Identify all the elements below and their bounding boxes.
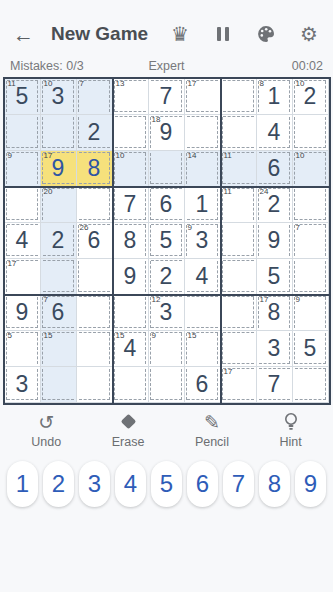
cage-border <box>325 225 326 256</box>
cage-border <box>223 399 254 400</box>
cell-r9c2[interactable] <box>41 367 77 403</box>
cage-border <box>187 111 218 112</box>
cage-sum-label: 13 <box>116 80 125 88</box>
given-digit: 2 <box>304 85 317 108</box>
given-digit: 6 <box>196 373 209 396</box>
undo-button[interactable]: ↺ Undo <box>31 412 61 449</box>
cell-r7c4[interactable] <box>113 295 149 331</box>
cage-border <box>115 399 146 400</box>
cell-r3c6[interactable]: 14 <box>185 151 221 187</box>
cage-border <box>79 399 110 400</box>
cage-border <box>6 369 7 400</box>
cell-r5c3[interactable]: 266 <box>77 223 113 259</box>
cell-r6c9[interactable] <box>293 259 329 295</box>
cell-r1c4[interactable]: 13 <box>113 79 149 115</box>
cage-border <box>150 297 151 328</box>
cell-r4c8[interactable]: 242 <box>257 187 293 223</box>
cage-border <box>115 327 146 328</box>
cell-r9c6[interactable]: 6 <box>185 367 221 403</box>
cage-border <box>223 363 254 364</box>
cell-r8c4[interactable]: 154 <box>113 331 149 367</box>
cage-border <box>186 81 187 112</box>
cage-sum-label: 17 <box>188 80 197 88</box>
given-digit: 3 <box>52 85 65 108</box>
cell-r2c9[interactable] <box>293 115 329 151</box>
cage-border <box>150 225 151 256</box>
timer: 00:02 <box>185 59 323 73</box>
cell-r9c8[interactable]: 7 <box>257 367 293 403</box>
cage-border <box>217 189 218 220</box>
entered-digit: 8 <box>88 157 101 180</box>
back-icon[interactable]: ← <box>13 24 34 45</box>
hint-button[interactable]: Hint <box>279 412 301 449</box>
cage-border <box>151 291 182 292</box>
cage-border <box>217 153 218 184</box>
cage-border <box>258 189 259 220</box>
cage-border <box>43 183 74 184</box>
cage-sum-label: 10 <box>296 152 305 160</box>
cage-border <box>37 189 38 220</box>
cage-border <box>223 327 254 328</box>
cell-r7c3[interactable] <box>77 295 113 331</box>
cage-border <box>115 224 146 225</box>
cage-border <box>78 117 79 148</box>
given-digit: 2 <box>88 121 101 144</box>
cage-sum-label: 17 <box>260 296 269 304</box>
page-title: New Game <box>51 23 148 45</box>
cage-sum-label: 11 <box>8 80 16 88</box>
cell-r2c8[interactable]: 4 <box>257 115 293 151</box>
given-digit: 4 <box>16 229 29 252</box>
cage-border <box>151 255 182 256</box>
cell-r8c6[interactable]: 15 <box>185 331 221 367</box>
cell-r5c9[interactable]: 7 <box>293 223 329 259</box>
cage-border <box>151 260 182 261</box>
cage-border <box>73 261 74 292</box>
cage-border <box>253 297 254 328</box>
cage-sum-label: 9 <box>8 152 12 160</box>
cage-border <box>114 369 115 400</box>
given-digit: 9 <box>124 265 137 288</box>
header-icons: ♛ ⚙ <box>169 23 320 45</box>
cell-r9c1[interactable]: 3 <box>5 367 41 403</box>
cell-r9c4[interactable] <box>113 367 149 403</box>
cell-r9c3[interactable] <box>77 367 113 403</box>
cage-border <box>325 117 326 148</box>
cage-border <box>79 183 110 184</box>
cage-border <box>79 332 110 333</box>
cage-border <box>43 260 74 261</box>
cage-border <box>223 80 254 81</box>
cage-border <box>109 189 110 220</box>
cell-r2c2[interactable] <box>41 115 77 151</box>
cage-border <box>289 117 290 148</box>
cage-border <box>145 225 146 256</box>
cage-border <box>294 189 295 220</box>
numpad-key-8[interactable]: 8 <box>259 461 290 507</box>
cell-r8c3[interactable] <box>77 331 113 367</box>
given-digit: 3 <box>16 373 29 396</box>
cage-border <box>42 117 43 148</box>
difficulty-label: Expert <box>148 59 184 73</box>
cage-border <box>259 291 290 292</box>
cage-border <box>325 261 326 292</box>
cage-border <box>295 368 326 369</box>
cell-r4c9[interactable] <box>293 187 329 223</box>
given-digit: 6 <box>160 193 173 216</box>
cage-border <box>223 255 254 256</box>
cage-border <box>223 296 254 297</box>
cage-border <box>79 147 110 148</box>
cage-border <box>114 153 115 184</box>
cage-border <box>259 399 290 400</box>
cell-r7c8[interactable]: 178 <box>257 295 293 331</box>
cage-border <box>259 152 290 153</box>
cage-sum-label: 10 <box>116 152 125 160</box>
cage-border <box>258 297 259 328</box>
cage-border <box>223 260 254 261</box>
cage-border <box>289 225 290 256</box>
cage-border <box>78 81 79 112</box>
cage-border <box>42 369 43 400</box>
cell-r5c4[interactable]: 8 <box>113 223 149 259</box>
cage-border <box>150 189 151 220</box>
cage-border <box>187 219 218 220</box>
erase-button[interactable]: Erase <box>112 412 145 449</box>
cage-sum-label: 20 <box>44 188 53 196</box>
cell-r8c2[interactable]: 15 <box>41 331 77 367</box>
cage-border <box>187 116 218 117</box>
cage-border <box>79 291 110 292</box>
cell-r1c5[interactable]: 7 <box>149 79 185 115</box>
cell-r8c7[interactable] <box>221 331 257 367</box>
numpad-key-2[interactable]: 2 <box>43 461 74 507</box>
cage-border <box>325 297 326 328</box>
given-digit: 5 <box>160 229 173 252</box>
sudoku-grid: 1151037137178110221894917981014116102076… <box>5 79 329 403</box>
cell-r7c9[interactable]: 9 <box>293 295 329 331</box>
cage-border <box>294 297 295 328</box>
cell-r1c1[interactable]: 115 <box>5 79 41 115</box>
cell-r6c1[interactable]: 17 <box>5 259 41 295</box>
cage-border <box>253 81 254 112</box>
palette-icon[interactable] <box>255 23 277 45</box>
cell-r6c4[interactable]: 9 <box>113 259 149 295</box>
cell-r4c3[interactable] <box>77 187 113 223</box>
cage-border <box>289 261 290 292</box>
cell-r3c8[interactable]: 6 <box>257 151 293 187</box>
cell-r9c7[interactable]: 17 <box>221 367 257 403</box>
cell-r6c7[interactable] <box>221 259 257 295</box>
pencil-button[interactable]: ✎ Pencil <box>195 412 229 449</box>
cell-r2c7[interactable] <box>221 115 257 151</box>
cage-border <box>289 81 290 112</box>
cell-r5c1[interactable]: 4 <box>5 223 41 259</box>
cell-r1c8[interactable]: 81 <box>257 79 293 115</box>
gear-icon[interactable]: ⚙ <box>298 23 320 45</box>
numpad-key-3[interactable]: 3 <box>79 461 110 507</box>
cage-border <box>115 116 146 117</box>
cage-border <box>151 224 182 225</box>
numpad-key-7[interactable]: 7 <box>223 461 254 507</box>
cage-border <box>109 153 110 184</box>
cage-border <box>222 333 223 364</box>
cage-border <box>222 369 223 400</box>
cell-r3c4[interactable]: 10 <box>113 151 149 187</box>
cage-border <box>109 81 110 112</box>
cage-border <box>259 147 290 148</box>
cage-sum-label: 11 <box>224 188 232 196</box>
cage-border <box>181 369 182 400</box>
cage-border <box>294 81 295 112</box>
cage-border <box>186 225 187 256</box>
cage-border <box>217 333 218 364</box>
cage-border <box>187 291 218 292</box>
eraser-icon <box>123 412 134 432</box>
cell-r6c6[interactable]: 4 <box>185 259 221 295</box>
given-digit: 9 <box>16 301 29 324</box>
cage-border <box>114 81 115 112</box>
hint-label: Hint <box>279 435 301 449</box>
mistakes-counter: Mistakes: 0/3 <box>10 59 148 73</box>
cage-sum-label: 10 <box>44 80 53 88</box>
cage-border <box>258 81 259 112</box>
cage-border <box>294 225 295 256</box>
cage-border <box>42 333 43 364</box>
cage-border <box>294 261 295 292</box>
cage-border <box>151 188 182 189</box>
cell-r7c1[interactable]: 9 <box>5 295 41 331</box>
cage-sum-label: 5 <box>8 332 12 340</box>
cage-sum-label: 8 <box>260 80 264 88</box>
cell-r3c3[interactable]: 8 <box>77 151 113 187</box>
cage-border <box>7 224 38 225</box>
cage-border <box>37 117 38 148</box>
numpad: 123456789 <box>0 461 333 507</box>
cage-border <box>37 297 38 328</box>
cell-r2c1[interactable] <box>5 115 41 151</box>
cell-r1c6[interactable]: 17 <box>185 79 221 115</box>
cell-r3c2[interactable]: 179 <box>41 151 77 187</box>
cell-r4c7[interactable]: 11 <box>221 187 257 223</box>
cage-border <box>187 296 218 297</box>
cell-r5c6[interactable]: 93 <box>185 223 221 259</box>
cell-r8c8[interactable]: 3 <box>257 331 293 367</box>
given-digit: 2 <box>52 229 65 252</box>
cage-border <box>6 153 7 184</box>
cage-border <box>294 333 295 364</box>
cage-border <box>114 189 115 220</box>
cage-border <box>289 297 290 328</box>
cage-border <box>217 225 218 256</box>
cage-border <box>325 153 326 184</box>
cell-r7c5[interactable]: 123 <box>149 295 185 331</box>
given-digit: 5 <box>16 85 29 108</box>
numpad-key-1[interactable]: 1 <box>7 461 38 507</box>
given-digit: 6 <box>52 301 65 324</box>
header: ← New Game ♛ ⚙ <box>0 14 333 54</box>
given-digit: 7 <box>268 373 281 396</box>
cell-r1c7[interactable] <box>221 79 257 115</box>
cage-border <box>186 153 187 184</box>
cell-r2c3[interactable]: 2 <box>77 115 113 151</box>
cage-border <box>109 333 110 364</box>
cell-r2c4[interactable] <box>113 115 149 151</box>
app-screen: ← New Game ♛ ⚙ Mistakes: 0/3 Expert 00:0… <box>0 0 333 592</box>
given-digit: 7 <box>160 85 173 108</box>
cage-sum-label: 12 <box>152 296 161 304</box>
cell-r4c2[interactable]: 20 <box>41 187 77 223</box>
cage-border <box>145 369 146 400</box>
erase-label: Erase <box>112 435 145 449</box>
cell-r3c5[interactable] <box>149 151 185 187</box>
cage-border <box>222 225 223 256</box>
cell-r8c9[interactable]: 5 <box>293 331 329 367</box>
cell-r8c5[interactable]: 9 <box>149 331 185 367</box>
given-digit: 8 <box>124 229 137 252</box>
cage-border <box>222 189 223 220</box>
cage-border <box>151 111 182 112</box>
cage-border <box>150 261 151 292</box>
given-digit: 9 <box>160 121 173 144</box>
cell-r3c7[interactable]: 11 <box>221 151 257 187</box>
given-digit: 3 <box>160 301 173 324</box>
cell-r1c2[interactable]: 103 <box>41 79 77 115</box>
given-digit: 8 <box>268 301 281 324</box>
cell-r7c2[interactable]: 76 <box>41 295 77 331</box>
undo-icon: ↺ <box>38 412 54 432</box>
cell-r5c8[interactable]: 9 <box>257 223 293 259</box>
cage-border <box>223 332 254 333</box>
cage-border <box>7 255 38 256</box>
cage-sum-label: 10 <box>296 80 305 88</box>
cage-sum-label: 26 <box>80 224 89 232</box>
cell-r2c5[interactable]: 189 <box>149 115 185 151</box>
cell-r1c3[interactable]: 7 <box>77 79 113 115</box>
numpad-key-9[interactable]: 9 <box>295 461 326 507</box>
cage-border <box>222 261 223 292</box>
cage-sum-label: 15 <box>44 332 53 340</box>
cage-border <box>115 147 146 148</box>
cage-border <box>150 333 151 364</box>
cage-border <box>37 81 38 112</box>
cell-r4c6[interactable]: 1 <box>185 187 221 223</box>
cell-r4c1[interactable] <box>5 187 41 223</box>
cage-border <box>294 153 295 184</box>
cage-border <box>223 183 254 184</box>
cage-border <box>37 153 38 184</box>
cage-sum-label: 14 <box>188 152 197 160</box>
cell-r6c8[interactable]: 5 <box>257 259 293 295</box>
cage-border <box>6 81 7 112</box>
cell-r5c2[interactable]: 2 <box>41 223 77 259</box>
cage-border <box>145 333 146 364</box>
cage-border <box>43 255 74 256</box>
numpad-key-6[interactable]: 6 <box>187 461 218 507</box>
cage-border <box>79 188 110 189</box>
cell-r2c6[interactable] <box>185 115 221 151</box>
pause-icon[interactable] <box>212 23 234 45</box>
numpad-key-4[interactable]: 4 <box>115 461 146 507</box>
numpad-key-5[interactable]: 5 <box>151 461 182 507</box>
cage-border <box>187 399 218 400</box>
cage-border <box>115 219 146 220</box>
cage-border <box>43 327 74 328</box>
given-digit: 3 <box>196 229 209 252</box>
cell-r4c5[interactable]: 6 <box>149 187 185 223</box>
cage-border <box>223 147 254 148</box>
sudoku-board: 1151037137178110221894917981014116102076… <box>3 77 331 405</box>
cage-border <box>114 333 115 364</box>
cage-border <box>289 333 290 364</box>
cage-border <box>79 327 110 328</box>
cage-border <box>114 297 115 328</box>
cell-r1c9[interactable]: 102 <box>293 79 329 115</box>
cage-border <box>259 183 290 184</box>
given-digit: 1 <box>268 85 281 108</box>
cage-border <box>43 291 74 292</box>
given-digit: 4 <box>268 121 281 144</box>
cell-r9c5[interactable] <box>149 367 185 403</box>
cell-r3c9[interactable]: 10 <box>293 151 329 187</box>
cage-border <box>145 261 146 292</box>
cage-border <box>78 225 79 256</box>
cell-r6c3[interactable] <box>77 259 113 295</box>
cage-border <box>253 189 254 220</box>
cage-border <box>223 291 254 292</box>
crown-icon[interactable]: ♛ <box>169 23 191 45</box>
cage-border <box>181 81 182 112</box>
given-digit: 2 <box>268 193 281 216</box>
cage-border <box>42 153 43 184</box>
cage-border <box>42 81 43 112</box>
cell-r5c7[interactable] <box>221 223 257 259</box>
cage-border <box>145 297 146 328</box>
cell-r7c7[interactable] <box>221 295 257 331</box>
cage-border <box>186 369 187 400</box>
cage-border <box>37 333 38 364</box>
cell-r6c5[interactable]: 2 <box>149 259 185 295</box>
cage-sum-label: 18 <box>152 116 161 124</box>
cell-r4c4[interactable]: 7 <box>113 187 149 223</box>
cage-border <box>7 147 38 148</box>
cage-border <box>145 189 146 220</box>
cage-border <box>43 147 74 148</box>
cage-sum-label: 15 <box>188 332 197 340</box>
cage-border <box>78 261 79 292</box>
cell-r9c9[interactable] <box>293 367 329 403</box>
cage-border <box>6 117 7 148</box>
cage-border <box>151 80 182 81</box>
cage-border <box>181 153 182 184</box>
cage-border <box>43 399 74 400</box>
cage-border <box>150 153 151 184</box>
cage-border <box>7 327 38 328</box>
undo-label: Undo <box>31 435 61 449</box>
cage-sum-label: 9 <box>152 332 156 340</box>
cage-sum-label: 15 <box>116 332 125 340</box>
cell-r5c5[interactable]: 5 <box>149 223 185 259</box>
given-digit: 6 <box>268 157 281 180</box>
cage-border <box>73 225 74 256</box>
cell-r8c1[interactable]: 5 <box>5 331 41 367</box>
cage-sum-label: 7 <box>44 296 48 304</box>
cell-r3c1[interactable]: 9 <box>5 151 41 187</box>
cage-border <box>37 369 38 400</box>
cell-r7c6[interactable] <box>185 295 221 331</box>
cage-border <box>258 225 259 256</box>
cell-r6c2[interactable] <box>41 259 77 295</box>
